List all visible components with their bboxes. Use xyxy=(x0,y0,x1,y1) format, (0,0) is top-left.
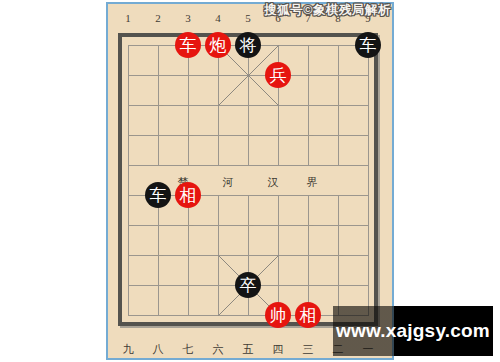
board-intersection xyxy=(293,180,323,210)
piece-black-general: 将 xyxy=(235,32,261,58)
board-intersection xyxy=(113,210,143,240)
piece-red-elephant: 相 xyxy=(295,302,321,328)
file-label-bottom: 八 xyxy=(143,343,173,356)
piece-red-elephant: 相 xyxy=(175,182,201,208)
board-intersection xyxy=(293,240,323,270)
board-intersection xyxy=(323,60,353,90)
board-intersection xyxy=(203,240,233,270)
board-intersection xyxy=(293,270,323,300)
board-intersection xyxy=(233,180,263,210)
board-intersection xyxy=(263,270,293,300)
board-intersection xyxy=(263,210,293,240)
board-intersection xyxy=(143,60,173,90)
board-intersection xyxy=(203,180,233,210)
board-intersection xyxy=(233,90,263,120)
file-label-top: 3 xyxy=(173,12,203,25)
board-intersection xyxy=(233,60,263,90)
board-intersection xyxy=(263,30,293,60)
board-intersection xyxy=(353,240,383,270)
board-intersection xyxy=(233,150,263,180)
board-intersection xyxy=(173,210,203,240)
board-intersection xyxy=(233,210,263,240)
board-intersection xyxy=(263,120,293,150)
board-intersection xyxy=(143,30,173,60)
board-intersection: 车 xyxy=(173,30,203,60)
board-intersection xyxy=(323,240,353,270)
board-intersection xyxy=(203,60,233,90)
board-intersection xyxy=(143,240,173,270)
board-intersection xyxy=(143,150,173,180)
board-intersection: 相 xyxy=(173,180,203,210)
file-label-top: 1 xyxy=(113,12,143,25)
board-intersection xyxy=(353,270,383,300)
board-intersection xyxy=(263,180,293,210)
board-intersection xyxy=(263,150,293,180)
file-label-top: 5 xyxy=(233,12,263,25)
board-intersection xyxy=(293,150,323,180)
board-intersection xyxy=(203,90,233,120)
site-watermark: www.xajgsy.com xyxy=(333,306,493,356)
board-intersection xyxy=(113,180,143,210)
board-intersection xyxy=(173,270,203,300)
board-intersection xyxy=(233,120,263,150)
board-intersection: 卒 xyxy=(233,270,263,300)
board-intersection xyxy=(173,120,203,150)
board-intersection xyxy=(113,300,143,330)
board-intersection xyxy=(233,300,263,330)
board-intersection xyxy=(293,120,323,150)
file-label-bottom: 七 xyxy=(173,343,203,356)
board-intersection xyxy=(263,240,293,270)
board-intersection xyxy=(113,120,143,150)
board-intersection xyxy=(203,120,233,150)
board-intersection xyxy=(113,90,143,120)
top-watermark: 搜狐号©象棋残局解析 xyxy=(264,2,391,19)
piece-black-chariot: 车 xyxy=(355,32,381,58)
board-intersection xyxy=(113,150,143,180)
board-intersection: 车 xyxy=(353,30,383,60)
board-intersection xyxy=(353,180,383,210)
board-intersection xyxy=(143,210,173,240)
board-intersection xyxy=(323,210,353,240)
file-label-top: 2 xyxy=(143,12,173,25)
piece-red-general: 帅 xyxy=(265,302,291,328)
board-intersection xyxy=(143,300,173,330)
board-intersection: 帅 xyxy=(263,300,293,330)
file-label-top: 4 xyxy=(203,12,233,25)
board-intersection xyxy=(203,300,233,330)
board-intersection xyxy=(293,30,323,60)
board-intersection xyxy=(203,210,233,240)
board-intersection: 相 xyxy=(293,300,323,330)
board-intersection xyxy=(173,240,203,270)
board-intersection xyxy=(353,150,383,180)
board-intersection xyxy=(353,120,383,150)
file-label-bottom: 六 xyxy=(203,343,233,356)
xiangqi-board: 车炮将车兵车相卒帅相 xyxy=(113,30,383,330)
piece-black-pawn: 卒 xyxy=(235,272,261,298)
board-intersection xyxy=(323,180,353,210)
board-intersection xyxy=(323,90,353,120)
board-intersection xyxy=(203,270,233,300)
board-intersection xyxy=(113,240,143,270)
file-label-bottom: 四 xyxy=(263,343,293,356)
page: 搜狐号©象棋残局解析 123456789 楚河汉界 车炮将车兵车相卒帅相 九八七… xyxy=(0,0,500,362)
board-intersection: 炮 xyxy=(203,30,233,60)
board-intersection xyxy=(173,150,203,180)
board-intersection: 车 xyxy=(143,180,173,210)
file-label-bottom: 九 xyxy=(113,343,143,356)
board-intersection xyxy=(113,30,143,60)
site-watermark-text: www.xajgsy.com xyxy=(336,320,490,342)
piece-red-pawn: 兵 xyxy=(265,62,291,88)
board-intersection: 兵 xyxy=(263,60,293,90)
file-label-bottom: 三 xyxy=(293,343,323,356)
board-intersection xyxy=(353,60,383,90)
board-intersection xyxy=(293,60,323,90)
board-intersection xyxy=(323,150,353,180)
board-intersection xyxy=(173,300,203,330)
board-intersection xyxy=(113,60,143,90)
board-intersection: 将 xyxy=(233,30,263,60)
board-intersection xyxy=(173,60,203,90)
board-intersection xyxy=(143,270,173,300)
board-intersection xyxy=(293,90,323,120)
board-intersection xyxy=(143,120,173,150)
board-intersection xyxy=(323,30,353,60)
board-intersection xyxy=(263,90,293,120)
board-intersection xyxy=(323,270,353,300)
board-intersection xyxy=(353,90,383,120)
piece-red-cannon: 炮 xyxy=(205,32,231,58)
board-intersection xyxy=(323,120,353,150)
board-intersection xyxy=(293,210,323,240)
piece-red-chariot: 车 xyxy=(175,32,201,58)
board-intersection xyxy=(353,210,383,240)
board-intersection xyxy=(233,240,263,270)
file-label-bottom: 五 xyxy=(233,343,263,356)
board-intersection xyxy=(143,90,173,120)
board-intersection xyxy=(173,90,203,120)
board-intersection xyxy=(113,270,143,300)
piece-black-chariot: 车 xyxy=(145,182,171,208)
board-intersection xyxy=(203,150,233,180)
